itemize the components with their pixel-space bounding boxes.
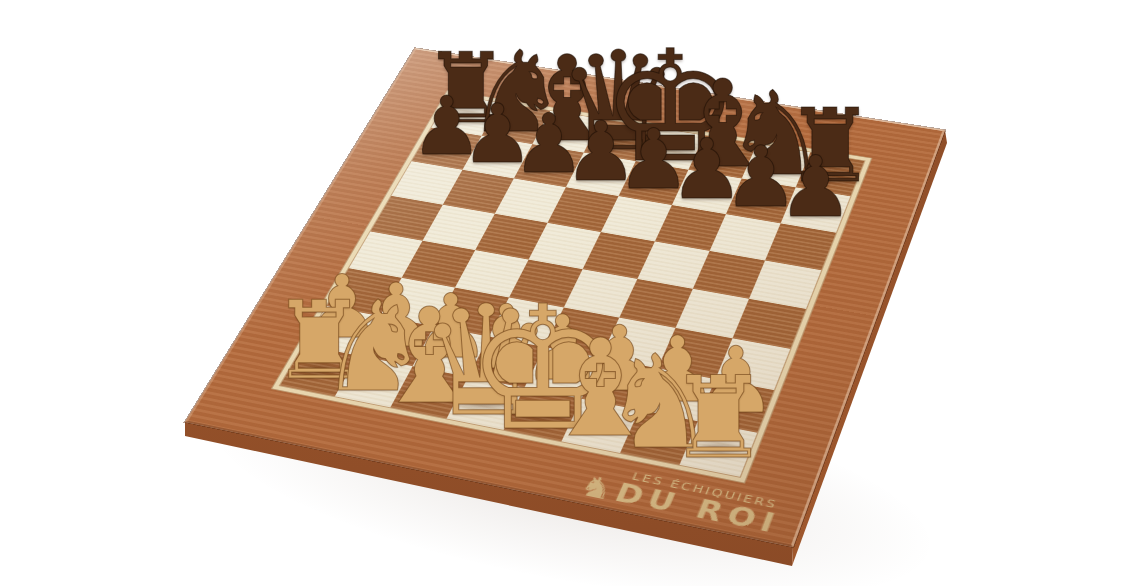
board-playing-field bbox=[280, 95, 864, 477]
product-photo: ♞ LES ÉCHIQUIERS DU ROI ♜♞♝♛♚♝♞♜♟♟♟♟♟♟♟♟… bbox=[0, 0, 1129, 586]
logo-knight-icon: ♞ bbox=[576, 472, 619, 503]
